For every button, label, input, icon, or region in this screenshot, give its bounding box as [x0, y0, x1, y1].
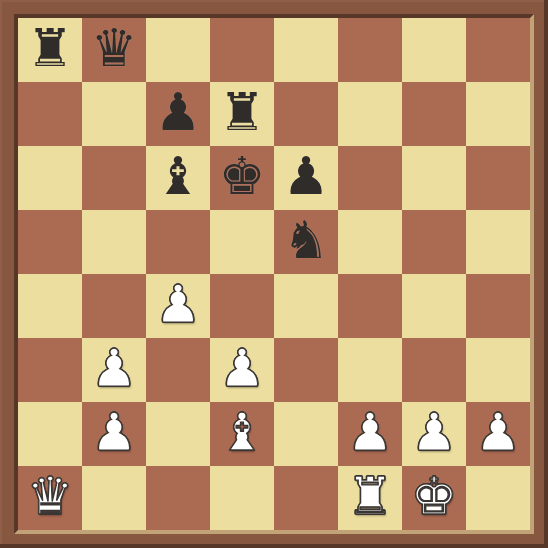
square-f3[interactable]	[338, 338, 402, 402]
square-d1[interactable]	[210, 466, 274, 530]
square-h5[interactable]	[466, 210, 530, 274]
square-c1[interactable]	[146, 466, 210, 530]
white-king[interactable]: ♚	[411, 464, 458, 528]
white-pawn[interactable]: ♟	[475, 400, 522, 464]
black-rook[interactable]: ♜	[219, 80, 266, 144]
square-d4[interactable]	[210, 274, 274, 338]
square-h1[interactable]	[466, 466, 530, 530]
white-queen[interactable]: ♛	[27, 464, 74, 528]
square-g4[interactable]	[402, 274, 466, 338]
white-rook[interactable]: ♜	[347, 464, 394, 528]
square-f6[interactable]	[338, 146, 402, 210]
square-e3[interactable]	[274, 338, 338, 402]
square-g1[interactable]: ♚	[402, 466, 466, 530]
square-c2[interactable]	[146, 402, 210, 466]
square-a8[interactable]: ♜	[18, 18, 82, 82]
square-f1[interactable]: ♜	[338, 466, 402, 530]
square-g2[interactable]: ♟	[402, 402, 466, 466]
black-king[interactable]: ♚	[219, 144, 266, 208]
black-bishop[interactable]: ♝	[155, 144, 202, 208]
square-b1[interactable]	[82, 466, 146, 530]
white-pawn[interactable]: ♟	[219, 336, 266, 400]
square-g5[interactable]	[402, 210, 466, 274]
white-pawn[interactable]: ♟	[91, 336, 138, 400]
square-f5[interactable]	[338, 210, 402, 274]
square-b5[interactable]	[82, 210, 146, 274]
board-frame: ♜♛♟♜♝♚♟♞♟♟♟♟♝♟♟♟♛♜♚	[0, 0, 548, 548]
white-bishop[interactable]: ♝	[219, 400, 266, 464]
black-queen[interactable]: ♛	[91, 16, 138, 80]
black-pawn[interactable]: ♟	[155, 80, 202, 144]
square-c5[interactable]	[146, 210, 210, 274]
square-a5[interactable]	[18, 210, 82, 274]
square-f4[interactable]	[338, 274, 402, 338]
black-pawn[interactable]: ♟	[283, 144, 330, 208]
chess-board: ♜♛♟♜♝♚♟♞♟♟♟♟♝♟♟♟♛♜♚	[14, 14, 534, 534]
square-h2[interactable]: ♟	[466, 402, 530, 466]
square-f7[interactable]	[338, 82, 402, 146]
square-a2[interactable]	[18, 402, 82, 466]
square-e2[interactable]	[274, 402, 338, 466]
square-d7[interactable]: ♜	[210, 82, 274, 146]
square-b6[interactable]	[82, 146, 146, 210]
square-e4[interactable]	[274, 274, 338, 338]
white-pawn[interactable]: ♟	[347, 400, 394, 464]
square-d8[interactable]	[210, 18, 274, 82]
square-e7[interactable]	[274, 82, 338, 146]
square-a4[interactable]	[18, 274, 82, 338]
square-a6[interactable]	[18, 146, 82, 210]
square-b7[interactable]	[82, 82, 146, 146]
square-h3[interactable]	[466, 338, 530, 402]
square-a7[interactable]	[18, 82, 82, 146]
square-h6[interactable]	[466, 146, 530, 210]
square-h8[interactable]	[466, 18, 530, 82]
square-g6[interactable]	[402, 146, 466, 210]
square-f2[interactable]: ♟	[338, 402, 402, 466]
square-f8[interactable]	[338, 18, 402, 82]
square-c8[interactable]	[146, 18, 210, 82]
square-e6[interactable]: ♟	[274, 146, 338, 210]
black-rook[interactable]: ♜	[27, 16, 74, 80]
square-d6[interactable]: ♚	[210, 146, 274, 210]
square-a1[interactable]: ♛	[18, 466, 82, 530]
square-b2[interactable]: ♟	[82, 402, 146, 466]
square-b3[interactable]: ♟	[82, 338, 146, 402]
square-d2[interactable]: ♝	[210, 402, 274, 466]
square-g3[interactable]	[402, 338, 466, 402]
square-e5[interactable]: ♞	[274, 210, 338, 274]
square-c3[interactable]	[146, 338, 210, 402]
white-pawn[interactable]: ♟	[91, 400, 138, 464]
square-d3[interactable]: ♟	[210, 338, 274, 402]
square-d5[interactable]	[210, 210, 274, 274]
square-c4[interactable]: ♟	[146, 274, 210, 338]
square-e8[interactable]	[274, 18, 338, 82]
square-c6[interactable]: ♝	[146, 146, 210, 210]
square-b4[interactable]	[82, 274, 146, 338]
square-g8[interactable]	[402, 18, 466, 82]
square-a3[interactable]	[18, 338, 82, 402]
square-e1[interactable]	[274, 466, 338, 530]
white-pawn[interactable]: ♟	[411, 400, 458, 464]
square-h4[interactable]	[466, 274, 530, 338]
square-g7[interactable]	[402, 82, 466, 146]
black-knight[interactable]: ♞	[283, 208, 330, 272]
square-b8[interactable]: ♛	[82, 18, 146, 82]
square-c7[interactable]: ♟	[146, 82, 210, 146]
square-h7[interactable]	[466, 82, 530, 146]
white-pawn[interactable]: ♟	[155, 272, 202, 336]
